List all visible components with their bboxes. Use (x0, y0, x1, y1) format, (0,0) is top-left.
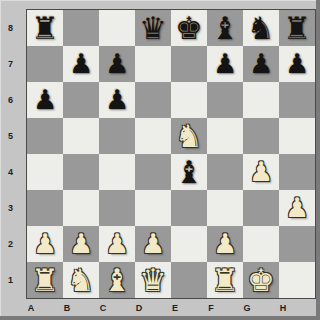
square-f6[interactable] (207, 82, 243, 118)
piece-black-pawn: ♟ (69, 46, 93, 82)
piece-white-rook: ♜ (211, 262, 239, 298)
piece-white-king: ♚ (247, 262, 275, 298)
piece-white-pawn: ♟ (249, 154, 273, 190)
chess-board: ♜♛♚♝♞♜♟♟♟♟♟♟♟♞♝♟♟♟♟♟♟♟♜♞♝♛♜♚ (26, 9, 316, 299)
square-b4[interactable] (63, 154, 99, 190)
file-label-g: G (229, 301, 265, 315)
piece-black-rook: ♜ (31, 10, 59, 46)
piece-white-pawn: ♟ (141, 226, 165, 262)
piece-white-queen: ♛ (139, 262, 167, 298)
rank-labels: 87654321 (0, 10, 21, 298)
file-label-d: D (121, 301, 157, 315)
piece-white-pawn: ♟ (33, 226, 57, 262)
file-label-f: F (193, 301, 229, 315)
square-f7[interactable]: ♟ (207, 46, 243, 82)
square-f8[interactable]: ♝ (207, 10, 243, 46)
square-b5[interactable] (63, 118, 99, 154)
piece-black-pawn: ♟ (105, 46, 129, 82)
rank-label-5: 5 (0, 118, 21, 154)
file-labels: ABCDEFGH (13, 301, 301, 315)
square-c5[interactable] (99, 118, 135, 154)
file-label-e: E (157, 301, 193, 315)
square-d7[interactable] (135, 46, 171, 82)
square-d3[interactable] (135, 190, 171, 226)
square-h7[interactable]: ♟ (279, 46, 315, 82)
square-e2[interactable] (171, 226, 207, 262)
square-a5[interactable] (27, 118, 63, 154)
file-label-a: A (13, 301, 49, 315)
rank-label-4: 4 (0, 154, 21, 190)
rank-label-7: 7 (0, 46, 21, 82)
piece-white-pawn: ♟ (213, 226, 237, 262)
piece-black-bishop: ♝ (211, 10, 239, 46)
square-h8[interactable]: ♜ (279, 10, 315, 46)
square-d5[interactable] (135, 118, 171, 154)
file-label-c: C (85, 301, 121, 315)
square-d4[interactable] (135, 154, 171, 190)
piece-black-bishop: ♝ (175, 154, 203, 190)
square-e8[interactable]: ♚ (171, 10, 207, 46)
square-f3[interactable] (207, 190, 243, 226)
piece-black-knight: ♞ (247, 10, 275, 46)
square-c6[interactable]: ♟ (99, 82, 135, 118)
piece-black-pawn: ♟ (249, 46, 273, 82)
rank-label-8: 8 (0, 10, 21, 46)
square-e5[interactable]: ♞ (171, 118, 207, 154)
square-h6[interactable] (279, 82, 315, 118)
board-frame: 87654321 ABCDEFGH ♜♛♚♝♞♜♟♟♟♟♟♟♟♞♝♟♟♟♟♟♟♟… (0, 0, 320, 320)
square-d1[interactable]: ♛ (135, 262, 171, 298)
square-a1[interactable]: ♜ (27, 262, 63, 298)
rank-label-6: 6 (0, 82, 21, 118)
square-g1[interactable]: ♚ (243, 262, 279, 298)
square-a6[interactable]: ♟ (27, 82, 63, 118)
square-g3[interactable] (243, 190, 279, 226)
piece-white-knight: ♞ (175, 118, 203, 154)
square-h4[interactable] (279, 154, 315, 190)
piece-black-rook: ♜ (283, 10, 311, 46)
frame-shadow-bottom (0, 316, 320, 320)
square-d8[interactable]: ♛ (135, 10, 171, 46)
square-e1[interactable] (171, 262, 207, 298)
piece-white-pawn: ♟ (105, 226, 129, 262)
file-label-b: B (49, 301, 85, 315)
square-a4[interactable] (27, 154, 63, 190)
square-b2[interactable]: ♟ (63, 226, 99, 262)
file-label-h: H (265, 301, 301, 315)
piece-black-pawn: ♟ (213, 46, 237, 82)
square-d6[interactable] (135, 82, 171, 118)
square-c2[interactable]: ♟ (99, 226, 135, 262)
square-b6[interactable] (63, 82, 99, 118)
square-a8[interactable]: ♜ (27, 10, 63, 46)
square-h5[interactable] (279, 118, 315, 154)
piece-black-pawn: ♟ (105, 82, 129, 118)
square-b7[interactable]: ♟ (63, 46, 99, 82)
rank-label-3: 3 (0, 190, 21, 226)
square-g8[interactable]: ♞ (243, 10, 279, 46)
piece-black-pawn: ♟ (33, 82, 57, 118)
frame-shadow-right (316, 0, 320, 320)
piece-black-king: ♚ (175, 10, 203, 46)
square-c8[interactable] (99, 10, 135, 46)
square-b1[interactable]: ♞ (63, 262, 99, 298)
piece-white-bishop: ♝ (103, 262, 131, 298)
square-c1[interactable]: ♝ (99, 262, 135, 298)
square-f1[interactable]: ♜ (207, 262, 243, 298)
square-h3[interactable]: ♟ (279, 190, 315, 226)
square-a7[interactable] (27, 46, 63, 82)
square-g2[interactable] (243, 226, 279, 262)
square-c4[interactable] (99, 154, 135, 190)
square-f4[interactable] (207, 154, 243, 190)
piece-black-queen: ♛ (139, 10, 167, 46)
square-b8[interactable] (63, 10, 99, 46)
square-e7[interactable] (171, 46, 207, 82)
square-h1[interactable] (279, 262, 315, 298)
piece-black-pawn: ♟ (285, 46, 309, 82)
square-g7[interactable]: ♟ (243, 46, 279, 82)
square-c7[interactable]: ♟ (99, 46, 135, 82)
square-g6[interactable] (243, 82, 279, 118)
square-c3[interactable] (99, 190, 135, 226)
square-e4[interactable]: ♝ (171, 154, 207, 190)
square-a2[interactable]: ♟ (27, 226, 63, 262)
square-a3[interactable] (27, 190, 63, 226)
square-f5[interactable] (207, 118, 243, 154)
square-g5[interactable] (243, 118, 279, 154)
square-b3[interactable] (63, 190, 99, 226)
piece-white-pawn: ♟ (69, 226, 93, 262)
piece-white-rook: ♜ (31, 262, 59, 298)
square-g4[interactable]: ♟ (243, 154, 279, 190)
square-e6[interactable] (171, 82, 207, 118)
rank-label-2: 2 (0, 226, 21, 262)
rank-label-1: 1 (0, 262, 21, 298)
piece-white-knight: ♞ (67, 262, 95, 298)
square-f2[interactable]: ♟ (207, 226, 243, 262)
piece-white-pawn: ♟ (285, 190, 309, 226)
square-h2[interactable] (279, 226, 315, 262)
square-e3[interactable] (171, 190, 207, 226)
square-d2[interactable]: ♟ (135, 226, 171, 262)
